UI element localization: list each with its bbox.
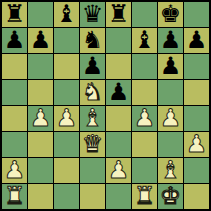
black-king-icon: ♚: [160, 2, 182, 27]
black-pawn-icon: ♟: [160, 54, 182, 79]
chess-board: ♜♝♛♜♚♟♟♞♝♟♟♟♟♞♟♟♟♝♟♟♛♟♟♟♝♜♜♚: [0, 0, 211, 211]
white-knight-icon: ♞: [82, 80, 104, 105]
white-pawn-icon: ♟: [30, 106, 52, 131]
square-d6[interactable]: ♟: [80, 54, 105, 79]
square-f5[interactable]: [132, 80, 157, 105]
square-g7[interactable]: ♟: [158, 28, 183, 53]
square-d4[interactable]: ♝: [80, 106, 105, 131]
square-b2[interactable]: [28, 158, 53, 183]
white-bishop-icon: ♝: [160, 158, 182, 183]
square-a3[interactable]: [2, 132, 27, 157]
square-g5[interactable]: [158, 80, 183, 105]
white-rook-icon: ♜: [4, 184, 26, 209]
square-c6[interactable]: [54, 54, 79, 79]
white-pawn-icon: ♟: [134, 106, 156, 131]
square-c4[interactable]: ♟: [54, 106, 79, 131]
black-pawn-icon: ♟: [160, 28, 182, 53]
white-pawn-icon: ♟: [160, 106, 182, 131]
square-e3[interactable]: [106, 132, 131, 157]
square-c2[interactable]: [54, 158, 79, 183]
square-f1[interactable]: ♜: [132, 184, 157, 209]
square-e6[interactable]: [106, 54, 131, 79]
square-b3[interactable]: [28, 132, 53, 157]
square-e8[interactable]: ♜: [106, 2, 131, 27]
black-rook-icon: ♜: [108, 2, 130, 27]
square-e2[interactable]: ♟: [106, 158, 131, 183]
square-a8[interactable]: ♜: [2, 2, 27, 27]
square-f6[interactable]: [132, 54, 157, 79]
white-king-icon: ♚: [160, 184, 182, 209]
square-a6[interactable]: [2, 54, 27, 79]
square-b4[interactable]: ♟: [28, 106, 53, 131]
white-pawn-icon: ♟: [4, 158, 26, 183]
square-h3[interactable]: ♟: [184, 132, 209, 157]
square-f8[interactable]: [132, 2, 157, 27]
square-f7[interactable]: ♝: [132, 28, 157, 53]
square-e7[interactable]: [106, 28, 131, 53]
black-knight-icon: ♞: [82, 28, 104, 53]
white-pawn-icon: ♟: [56, 106, 78, 131]
square-a2[interactable]: ♟: [2, 158, 27, 183]
square-f2[interactable]: [132, 158, 157, 183]
square-g1[interactable]: ♚: [158, 184, 183, 209]
square-c8[interactable]: ♝: [54, 2, 79, 27]
square-f4[interactable]: ♟: [132, 106, 157, 131]
square-c7[interactable]: [54, 28, 79, 53]
white-bishop-icon: ♝: [82, 106, 104, 131]
square-c3[interactable]: [54, 132, 79, 157]
square-e1[interactable]: [106, 184, 131, 209]
white-rook-icon: ♜: [134, 184, 156, 209]
black-pawn-icon: ♟: [108, 80, 130, 105]
square-e5[interactable]: ♟: [106, 80, 131, 105]
square-d2[interactable]: [80, 158, 105, 183]
square-b8[interactable]: [28, 2, 53, 27]
square-h7[interactable]: ♟: [184, 28, 209, 53]
white-pawn-icon: ♟: [186, 132, 208, 157]
square-d5[interactable]: ♞: [80, 80, 105, 105]
square-h6[interactable]: [184, 54, 209, 79]
square-g3[interactable]: [158, 132, 183, 157]
square-g8[interactable]: ♚: [158, 2, 183, 27]
square-d8[interactable]: ♛: [80, 2, 105, 27]
square-e4[interactable]: [106, 106, 131, 131]
square-a1[interactable]: ♜: [2, 184, 27, 209]
square-h1[interactable]: [184, 184, 209, 209]
square-b6[interactable]: [28, 54, 53, 79]
black-bishop-icon: ♝: [134, 28, 156, 53]
square-a7[interactable]: ♟: [2, 28, 27, 53]
black-pawn-icon: ♟: [4, 28, 26, 53]
square-h2[interactable]: [184, 158, 209, 183]
square-a4[interactable]: [2, 106, 27, 131]
square-c1[interactable]: [54, 184, 79, 209]
square-b5[interactable]: [28, 80, 53, 105]
black-bishop-icon: ♝: [56, 2, 78, 27]
black-queen-icon: ♛: [82, 2, 104, 27]
square-a5[interactable]: [2, 80, 27, 105]
square-b1[interactable]: [28, 184, 53, 209]
square-d1[interactable]: [80, 184, 105, 209]
square-c5[interactable]: [54, 80, 79, 105]
white-queen-icon: ♛: [82, 132, 104, 157]
square-g4[interactable]: ♟: [158, 106, 183, 131]
black-pawn-icon: ♟: [186, 28, 208, 53]
square-b7[interactable]: ♟: [28, 28, 53, 53]
black-rook-icon: ♜: [4, 2, 26, 27]
square-h8[interactable]: [184, 2, 209, 27]
square-d7[interactable]: ♞: [80, 28, 105, 53]
square-g2[interactable]: ♝: [158, 158, 183, 183]
square-d3[interactable]: ♛: [80, 132, 105, 157]
square-g6[interactable]: ♟: [158, 54, 183, 79]
black-pawn-icon: ♟: [30, 28, 52, 53]
square-h5[interactable]: [184, 80, 209, 105]
square-f3[interactable]: [132, 132, 157, 157]
black-pawn-icon: ♟: [82, 54, 104, 79]
white-pawn-icon: ♟: [108, 158, 130, 183]
square-h4[interactable]: [184, 106, 209, 131]
